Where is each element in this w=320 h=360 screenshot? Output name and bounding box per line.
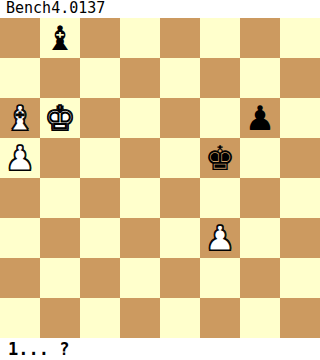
square-f6[interactable] <box>200 98 240 138</box>
square-f7[interactable] <box>200 58 240 98</box>
square-a4[interactable] <box>0 178 40 218</box>
square-d1[interactable] <box>120 298 160 338</box>
black-pawn[interactable]: ♟ <box>245 98 275 138</box>
square-c5[interactable] <box>80 138 120 178</box>
square-f5[interactable]: ♚ <box>200 138 240 178</box>
square-h6[interactable] <box>280 98 320 138</box>
square-d6[interactable] <box>120 98 160 138</box>
square-d5[interactable] <box>120 138 160 178</box>
square-e6[interactable] <box>160 98 200 138</box>
chess-app-window: Bench4.0137 ♝♝♚♟♟♚♟ 1... ? <box>0 0 320 360</box>
square-b2[interactable] <box>40 258 80 298</box>
white-bishop[interactable]: ♝ <box>5 98 35 138</box>
square-d7[interactable] <box>120 58 160 98</box>
square-a1[interactable] <box>0 298 40 338</box>
square-b8[interactable]: ♝ <box>40 18 80 58</box>
square-a2[interactable] <box>0 258 40 298</box>
square-h8[interactable] <box>280 18 320 58</box>
square-e8[interactable] <box>160 18 200 58</box>
black-king[interactable]: ♚ <box>205 138 235 178</box>
move-prompt: 1... ? <box>0 338 320 360</box>
square-e2[interactable] <box>160 258 200 298</box>
square-g7[interactable] <box>240 58 280 98</box>
square-d2[interactable] <box>120 258 160 298</box>
square-d8[interactable] <box>120 18 160 58</box>
black-bishop[interactable]: ♝ <box>45 18 75 58</box>
square-b4[interactable] <box>40 178 80 218</box>
square-f4[interactable] <box>200 178 240 218</box>
square-g3[interactable] <box>240 218 280 258</box>
square-g5[interactable] <box>240 138 280 178</box>
square-h5[interactable] <box>280 138 320 178</box>
square-h4[interactable] <box>280 178 320 218</box>
square-f8[interactable] <box>200 18 240 58</box>
square-d4[interactable] <box>120 178 160 218</box>
square-c8[interactable] <box>80 18 120 58</box>
square-b5[interactable] <box>40 138 80 178</box>
white-king[interactable]: ♚ <box>45 98 75 138</box>
square-h7[interactable] <box>280 58 320 98</box>
square-e3[interactable] <box>160 218 200 258</box>
square-b6[interactable]: ♚ <box>40 98 80 138</box>
square-a8[interactable] <box>0 18 40 58</box>
square-d3[interactable] <box>120 218 160 258</box>
square-a6[interactable]: ♝ <box>0 98 40 138</box>
square-f3[interactable]: ♟ <box>200 218 240 258</box>
square-e1[interactable] <box>160 298 200 338</box>
square-b3[interactable] <box>40 218 80 258</box>
puzzle-title: Bench4.0137 <box>0 0 320 18</box>
square-c2[interactable] <box>80 258 120 298</box>
square-c1[interactable] <box>80 298 120 338</box>
chess-board: ♝♝♚♟♟♚♟ <box>0 18 320 338</box>
white-pawn[interactable]: ♟ <box>205 218 235 258</box>
square-g4[interactable] <box>240 178 280 218</box>
square-e5[interactable] <box>160 138 200 178</box>
square-a3[interactable] <box>0 218 40 258</box>
square-h2[interactable] <box>280 258 320 298</box>
square-b7[interactable] <box>40 58 80 98</box>
square-g8[interactable] <box>240 18 280 58</box>
square-b1[interactable] <box>40 298 80 338</box>
square-e4[interactable] <box>160 178 200 218</box>
white-pawn[interactable]: ♟ <box>5 138 35 178</box>
square-h3[interactable] <box>280 218 320 258</box>
square-g1[interactable] <box>240 298 280 338</box>
square-f1[interactable] <box>200 298 240 338</box>
square-g2[interactable] <box>240 258 280 298</box>
square-h1[interactable] <box>280 298 320 338</box>
square-c6[interactable] <box>80 98 120 138</box>
square-f2[interactable] <box>200 258 240 298</box>
square-e7[interactable] <box>160 58 200 98</box>
square-g6[interactable]: ♟ <box>240 98 280 138</box>
square-a5[interactable]: ♟ <box>0 138 40 178</box>
square-c3[interactable] <box>80 218 120 258</box>
square-a7[interactable] <box>0 58 40 98</box>
square-c7[interactable] <box>80 58 120 98</box>
square-c4[interactable] <box>80 178 120 218</box>
